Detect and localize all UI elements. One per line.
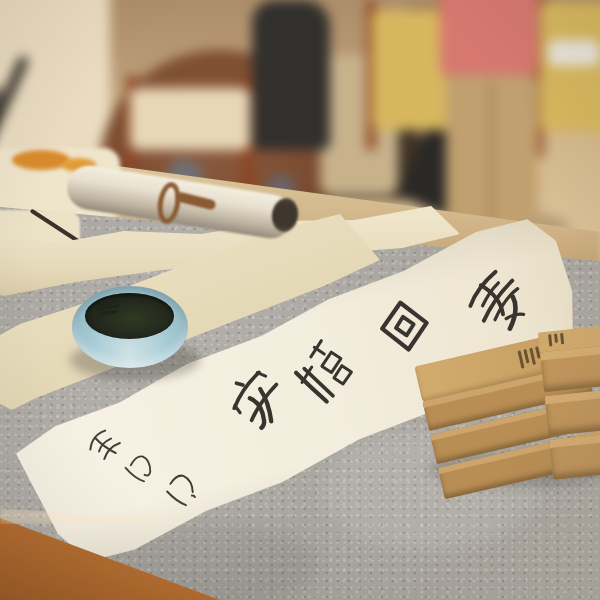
cloth-on-chair bbox=[548, 40, 600, 66]
box bbox=[549, 432, 600, 480]
ink-bowl bbox=[72, 286, 188, 368]
brush-tip bbox=[100, 310, 118, 315]
box-print-marks bbox=[548, 333, 564, 348]
chair-cushion bbox=[130, 88, 250, 150]
photo-calligraphy-scene: 夢回臨安 夢 回 臨 bbox=[0, 0, 600, 600]
box bbox=[540, 344, 600, 392]
trouser-crease bbox=[488, 80, 494, 240]
chair-cushion bbox=[540, 2, 600, 132]
ink-pool bbox=[85, 293, 174, 339]
box bbox=[545, 388, 600, 436]
seated-person bbox=[252, 0, 330, 150]
orange-item bbox=[12, 150, 70, 170]
standing-person-shirt bbox=[440, 0, 538, 80]
